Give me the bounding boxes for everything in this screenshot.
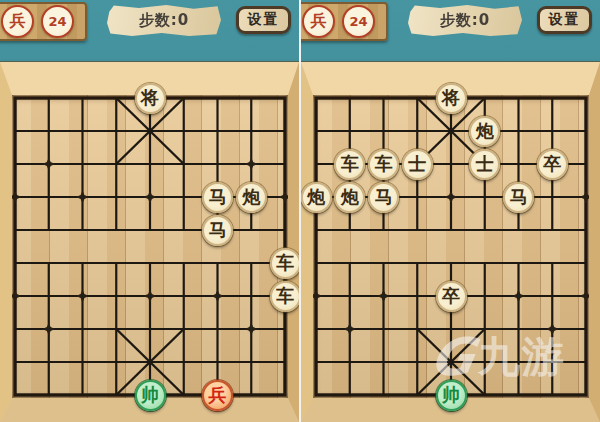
piece-badge-plank: 兵 24: [0, 2, 87, 41]
piece-士[interactable]: 士: [402, 149, 433, 180]
piece-车[interactable]: 车: [270, 248, 300, 279]
board-grid: [12, 95, 288, 398]
piece-badge-plank: 兵 24: [301, 2, 388, 41]
piece-炮[interactable]: 炮: [301, 182, 332, 213]
piece-炮[interactable]: 炮: [334, 182, 365, 213]
piece-马[interactable]: 马: [368, 182, 399, 213]
badge-count-value: 24: [349, 14, 367, 29]
piece-炮[interactable]: 炮: [236, 182, 267, 213]
piece-车[interactable]: 车: [270, 281, 300, 312]
steps-label: 步数:0: [107, 5, 221, 36]
piece-炮[interactable]: 炮: [469, 116, 500, 147]
settings-button[interactable]: 设置: [236, 6, 291, 34]
settings-button[interactable]: 设置: [537, 6, 592, 34]
badge-piece-char: 兵: [311, 11, 327, 32]
board-panel-left: 兵 24 步数:0 设置 将马炮马车车帅兵: [0, 0, 299, 422]
badge-piece-char: 兵: [10, 11, 26, 32]
piece-马[interactable]: 马: [202, 182, 233, 213]
screen: 兵 24 步数:0 设置 将马炮马车车帅兵 兵 24 步数:0 设置 G: [0, 0, 600, 422]
piece-士[interactable]: 士: [469, 149, 500, 180]
piece-车[interactable]: 车: [368, 149, 399, 180]
piece-卒[interactable]: 卒: [537, 149, 568, 180]
piece-马[interactable]: 马: [202, 215, 233, 246]
badge-piece-icon: 兵: [1, 5, 34, 38]
board-panel-right: 兵 24 步数:0 设置 G 九游 将炮车车士士卒炮炮马马卒帅: [301, 0, 600, 422]
badge-count: 24: [342, 5, 375, 38]
piece-将[interactable]: 将: [436, 83, 467, 114]
piece-兵[interactable]: 兵: [202, 380, 233, 411]
steps-label: 步数:0: [408, 5, 522, 36]
badge-piece-icon: 兵: [302, 5, 335, 38]
piece-将[interactable]: 将: [135, 83, 166, 114]
xiangqi-board-right[interactable]: G 九游 将炮车车士士卒炮炮马马卒帅: [301, 62, 600, 422]
piece-车[interactable]: 车: [334, 149, 365, 180]
board-grid: [313, 95, 589, 398]
piece-马[interactable]: 马: [503, 182, 534, 213]
piece-卒[interactable]: 卒: [436, 281, 467, 312]
badge-count: 24: [41, 5, 74, 38]
xiangqi-board-left[interactable]: 将马炮马车车帅兵: [0, 62, 299, 422]
piece-帅[interactable]: 帅: [135, 380, 166, 411]
badge-count-value: 24: [48, 14, 66, 29]
piece-帅[interactable]: 帅: [436, 380, 467, 411]
